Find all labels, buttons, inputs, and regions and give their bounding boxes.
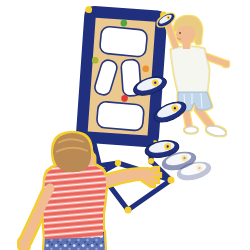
target-hole-top [99, 26, 147, 57]
product-photo [0, 0, 250, 250]
foot-ball [168, 177, 175, 184]
joint-ball [115, 160, 121, 166]
girl-right-shoe [205, 124, 226, 137]
boy-player [19, 133, 159, 250]
girl-left-leg [186, 110, 189, 127]
boy-left-hand [19, 238, 29, 250]
girl-tshirt [171, 47, 209, 95]
disc-toss-scene [0, 0, 250, 250]
girl-right-leg [198, 109, 211, 126]
target-hole-bottom [96, 101, 144, 131]
boy-striped-shirt [44, 162, 107, 239]
foot-ball [125, 207, 132, 214]
girl-extended-hand [223, 61, 229, 67]
joint-ball [148, 158, 154, 164]
girl-left-shoe [185, 127, 198, 133]
girl-eye [179, 32, 181, 34]
